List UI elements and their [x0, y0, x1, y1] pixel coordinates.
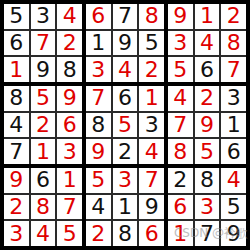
sudoku-cell-r5c8[interactable]: 9 — [195, 113, 220, 138]
sudoku-cell-r4c1[interactable]: 8 — [4, 86, 29, 111]
sudoku-cell-r5c3[interactable]: 6 — [57, 113, 82, 138]
sudoku-cell-r6c7[interactable]: 8 — [168, 139, 193, 164]
sudoku-cell-r9c9[interactable]: 9 — [221, 221, 246, 246]
sudoku-cell-r3c7[interactable]: 5 — [168, 57, 193, 82]
sudoku-cell-r3c2[interactable]: 9 — [31, 57, 56, 82]
sudoku-cell-r5c7[interactable]: 7 — [168, 113, 193, 138]
sudoku-cell-r4c4[interactable]: 7 — [86, 86, 111, 111]
sudoku-cell-r3c8[interactable]: 6 — [195, 57, 220, 82]
sudoku-cell-r1c7[interactable]: 9 — [168, 4, 193, 29]
sudoku-cell-r3c9[interactable]: 7 — [221, 57, 246, 82]
sudoku-cell-r7c2[interactable]: 6 — [31, 168, 56, 193]
sudoku-cell-r3c1[interactable]: 1 — [4, 57, 29, 82]
sudoku-cell-r6c4[interactable]: 9 — [86, 139, 111, 164]
sudoku-box-4: 859426713 — [4, 86, 82, 164]
sudoku-cell-r9c2[interactable]: 4 — [31, 221, 56, 246]
sudoku-cell-r1c1[interactable]: 5 — [4, 4, 29, 29]
sudoku-cell-r2c7[interactable]: 3 — [168, 31, 193, 56]
sudoku-cell-r5c4[interactable]: 8 — [86, 113, 111, 138]
sudoku-box-6: 423791856 — [168, 86, 246, 164]
sudoku-cell-r4c7[interactable]: 4 — [168, 86, 193, 111]
sudoku-cell-r5c1[interactable]: 4 — [4, 113, 29, 138]
sudoku-cell-r6c5[interactable]: 2 — [113, 139, 138, 164]
sudoku-box-2: 678195342 — [86, 4, 164, 82]
sudoku-cell-r2c5[interactable]: 9 — [113, 31, 138, 56]
sudoku-cell-r8c8[interactable]: 3 — [195, 195, 220, 220]
sudoku-cell-r6c8[interactable]: 5 — [195, 139, 220, 164]
sudoku-cell-r3c5[interactable]: 4 — [113, 57, 138, 82]
sudoku-cell-r1c5[interactable]: 7 — [113, 4, 138, 29]
sudoku-cell-r4c8[interactable]: 2 — [195, 86, 220, 111]
sudoku-cell-r8c3[interactable]: 7 — [57, 195, 82, 220]
sudoku-cell-r8c1[interactable]: 2 — [4, 195, 29, 220]
sudoku-cell-r2c1[interactable]: 6 — [4, 31, 29, 56]
sudoku-cell-r9c5[interactable]: 8 — [113, 221, 138, 246]
sudoku-cell-r1c3[interactable]: 4 — [57, 4, 82, 29]
sudoku-cell-r5c6[interactable]: 3 — [139, 113, 164, 138]
sudoku-cell-r2c8[interactable]: 4 — [195, 31, 220, 56]
sudoku-box-8: 537419286 — [86, 168, 164, 246]
sudoku-cell-r7c9[interactable]: 4 — [221, 168, 246, 193]
sudoku-cell-r4c5[interactable]: 6 — [113, 86, 138, 111]
sudoku-box-9: 284635179 — [168, 168, 246, 246]
sudoku-cell-r7c8[interactable]: 8 — [195, 168, 220, 193]
sudoku-cell-r8c6[interactable]: 9 — [139, 195, 164, 220]
sudoku-cell-r4c3[interactable]: 9 — [57, 86, 82, 111]
sudoku-cell-r1c8[interactable]: 1 — [195, 4, 220, 29]
sudoku-cell-r6c6[interactable]: 4 — [139, 139, 164, 164]
sudoku-cell-r9c4[interactable]: 2 — [86, 221, 111, 246]
sudoku-cell-r2c2[interactable]: 7 — [31, 31, 56, 56]
sudoku-cell-r9c7[interactable]: 1 — [168, 221, 193, 246]
sudoku-cell-r3c3[interactable]: 8 — [57, 57, 82, 82]
sudoku-cell-r8c7[interactable]: 6 — [168, 195, 193, 220]
sudoku-cell-r4c2[interactable]: 5 — [31, 86, 56, 111]
sudoku-cell-r6c3[interactable]: 3 — [57, 139, 82, 164]
sudoku-cell-r9c6[interactable]: 6 — [139, 221, 164, 246]
sudoku-cell-r6c2[interactable]: 1 — [31, 139, 56, 164]
sudoku-cell-r8c5[interactable]: 1 — [113, 195, 138, 220]
sudoku-box-3: 912348567 — [168, 4, 246, 82]
sudoku-cell-r8c9[interactable]: 5 — [221, 195, 246, 220]
sudoku-cell-r5c9[interactable]: 1 — [221, 113, 246, 138]
sudoku-box-7: 961287345 — [4, 168, 82, 246]
sudoku-cell-r8c2[interactable]: 8 — [31, 195, 56, 220]
sudoku-cell-r7c5[interactable]: 3 — [113, 168, 138, 193]
sudoku-cell-r2c6[interactable]: 5 — [139, 31, 164, 56]
sudoku-cell-r7c3[interactable]: 1 — [57, 168, 82, 193]
sudoku-cell-r7c4[interactable]: 5 — [86, 168, 111, 193]
sudoku-cell-r4c6[interactable]: 1 — [139, 86, 164, 111]
sudoku-board: 5346721986781953429123485678594267137618… — [0, 0, 250, 250]
sudoku-cell-r1c6[interactable]: 8 — [139, 4, 164, 29]
sudoku-cell-r1c4[interactable]: 6 — [86, 4, 111, 29]
sudoku-cell-r1c2[interactable]: 3 — [31, 4, 56, 29]
sudoku-cell-r4c9[interactable]: 3 — [221, 86, 246, 111]
sudoku-cell-r6c9[interactable]: 6 — [221, 139, 246, 164]
sudoku-cell-r1c9[interactable]: 2 — [221, 4, 246, 29]
sudoku-cell-r7c6[interactable]: 7 — [139, 168, 164, 193]
sudoku-cell-r2c3[interactable]: 2 — [57, 31, 82, 56]
sudoku-cell-r2c9[interactable]: 8 — [221, 31, 246, 56]
sudoku-cell-r9c8[interactable]: 7 — [195, 221, 220, 246]
sudoku-cell-r3c4[interactable]: 3 — [86, 57, 111, 82]
sudoku-box-5: 761853924 — [86, 86, 164, 164]
sudoku-cell-r8c4[interactable]: 4 — [86, 195, 111, 220]
sudoku-box-1: 534672198 — [4, 4, 82, 82]
sudoku-cell-r7c1[interactable]: 9 — [4, 168, 29, 193]
sudoku-cell-r9c1[interactable]: 3 — [4, 221, 29, 246]
sudoku-cell-r5c2[interactable]: 2 — [31, 113, 56, 138]
sudoku-cell-r7c7[interactable]: 2 — [168, 168, 193, 193]
sudoku-cell-r5c5[interactable]: 5 — [113, 113, 138, 138]
sudoku-cell-r3c6[interactable]: 2 — [139, 57, 164, 82]
sudoku-cell-r6c1[interactable]: 7 — [4, 139, 29, 164]
sudoku-cell-r9c3[interactable]: 5 — [57, 221, 82, 246]
sudoku-cell-r2c4[interactable]: 1 — [86, 31, 111, 56]
